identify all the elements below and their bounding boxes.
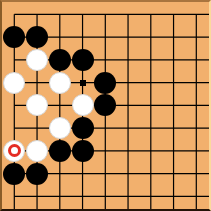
point-c9-r8 [185, 162, 208, 185]
point-c5-r3 [94, 48, 117, 71]
circled-white-stone [3, 140, 25, 162]
point-c8-r2 [162, 26, 185, 49]
point-c7-r5 [139, 94, 162, 117]
black-stone [94, 72, 116, 94]
point-c8-r9 [162, 185, 185, 208]
point-c5-r2 [94, 26, 117, 49]
point-c1-r9 [3, 185, 26, 208]
point-c1-r6 [3, 117, 26, 140]
point-c7-r8 [139, 162, 162, 185]
black-stone [26, 163, 48, 185]
point-c3-r4 [48, 71, 71, 94]
point-c6-r9 [117, 185, 140, 208]
point-c4-r5 [71, 94, 94, 117]
point-c9-r9 [185, 185, 208, 208]
point-c6-r8 [117, 162, 140, 185]
point-c7-r9 [139, 185, 162, 208]
white-stone [49, 117, 71, 139]
point-c7-r2 [139, 26, 162, 49]
point-c4-r6 [71, 117, 94, 140]
point-c6-r2 [117, 26, 140, 49]
point-c3-r9 [48, 185, 71, 208]
point-c6-r3 [117, 48, 140, 71]
point-c4-r9 [71, 185, 94, 208]
white-stone [26, 94, 48, 116]
point-c3-r1 [48, 3, 71, 26]
white-stone [72, 94, 94, 116]
point-c4-r1 [71, 3, 94, 26]
point-c5-r5 [94, 94, 117, 117]
point-c3-r7 [48, 139, 71, 162]
point-c7-r7 [139, 139, 162, 162]
white-stone [49, 72, 71, 94]
point-c7-r6 [139, 117, 162, 140]
point-c8-r3 [162, 48, 185, 71]
point-c2-r5 [26, 94, 49, 117]
point-c2-r8 [26, 162, 49, 185]
point-c8-r8 [162, 162, 185, 185]
point-c3-r6 [48, 117, 71, 140]
point-c6-r6 [117, 117, 140, 140]
point-c3-r3 [48, 48, 71, 71]
red-circle-marker [8, 144, 21, 157]
point-c3-r8 [48, 162, 71, 185]
point-c4-r7 [71, 139, 94, 162]
point-c8-r4 [162, 71, 185, 94]
black-stone [3, 163, 25, 185]
black-stone [72, 140, 94, 162]
point-c1-r8 [3, 162, 26, 185]
point-c4-r3 [71, 48, 94, 71]
point-c9-r2 [185, 26, 208, 49]
point-c7-r1 [139, 3, 162, 26]
point-c8-r7 [162, 139, 185, 162]
point-c3-r5 [48, 94, 71, 117]
point-c5-r6 [94, 117, 117, 140]
point-c2-r1 [26, 3, 49, 26]
point-c9-r6 [185, 117, 208, 140]
white-stone [3, 72, 25, 94]
point-c8-r1 [162, 3, 185, 26]
star-point [80, 80, 86, 86]
black-stone [94, 94, 116, 116]
point-c2-r3 [26, 48, 49, 71]
white-stone [26, 140, 48, 162]
point-c1-r2 [3, 26, 26, 49]
black-stone [72, 117, 94, 139]
point-c5-r1 [94, 3, 117, 26]
point-c9-r1 [185, 3, 208, 26]
point-c5-r9 [94, 185, 117, 208]
point-c2-r7 [26, 139, 49, 162]
white-stone [26, 49, 48, 71]
point-c9-r5 [185, 94, 208, 117]
black-stone [72, 49, 94, 71]
point-c8-r5 [162, 94, 185, 117]
point-c1-r1 [3, 3, 26, 26]
point-c1-r7 [3, 139, 26, 162]
point-c9-r3 [185, 48, 208, 71]
point-c9-r7 [185, 139, 208, 162]
point-c5-r8 [94, 162, 117, 185]
go-board-grid [3, 3, 208, 208]
black-stone [26, 26, 48, 48]
point-c1-r5 [3, 94, 26, 117]
go-board-frame [0, 0, 211, 211]
point-c9-r4 [185, 71, 208, 94]
point-c6-r4 [117, 71, 140, 94]
point-c3-r2 [48, 26, 71, 49]
point-c1-r3 [3, 48, 26, 71]
point-c1-r4 [3, 71, 26, 94]
point-c6-r5 [117, 94, 140, 117]
point-c4-r8 [71, 162, 94, 185]
point-c4-r4 [71, 71, 94, 94]
point-c2-r4 [26, 71, 49, 94]
point-c2-r2 [26, 26, 49, 49]
point-c5-r4 [94, 71, 117, 94]
point-c2-r6 [26, 117, 49, 140]
black-stone [49, 140, 71, 162]
point-c2-r9 [26, 185, 49, 208]
point-c7-r3 [139, 48, 162, 71]
black-stone [49, 49, 71, 71]
point-c7-r4 [139, 71, 162, 94]
black-stone [3, 26, 25, 48]
point-c5-r7 [94, 139, 117, 162]
point-c6-r7 [117, 139, 140, 162]
point-c6-r1 [117, 3, 140, 26]
point-c4-r2 [71, 26, 94, 49]
point-c8-r6 [162, 117, 185, 140]
